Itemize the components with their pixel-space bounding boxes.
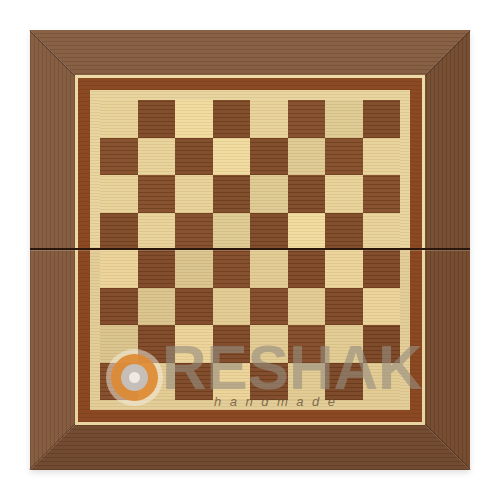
square-b4[interactable] [138,250,176,288]
square-f8[interactable] [288,100,326,138]
square-e3[interactable] [250,288,288,326]
square-h2[interactable] [363,325,401,363]
square-h5[interactable] [363,213,401,251]
square-a5[interactable] [100,213,138,251]
square-d3[interactable] [213,288,251,326]
square-e5[interactable] [250,213,288,251]
square-a2[interactable] [100,325,138,363]
square-a7[interactable] [100,138,138,176]
chessboard-grid [100,100,400,400]
square-b3[interactable] [138,288,176,326]
square-b1[interactable] [138,363,176,401]
square-h3[interactable] [363,288,401,326]
square-f5[interactable] [288,213,326,251]
square-g1[interactable] [325,363,363,401]
square-f1[interactable] [288,363,326,401]
square-b2[interactable] [138,325,176,363]
square-c4[interactable] [175,250,213,288]
square-g2[interactable] [325,325,363,363]
square-h8[interactable] [363,100,401,138]
square-e6[interactable] [250,175,288,213]
square-d8[interactable] [213,100,251,138]
square-g7[interactable] [325,138,363,176]
square-e8[interactable] [250,100,288,138]
square-g8[interactable] [325,100,363,138]
square-a4[interactable] [100,250,138,288]
square-c5[interactable] [175,213,213,251]
square-a1[interactable] [100,363,138,401]
square-c2[interactable] [175,325,213,363]
square-a6[interactable] [100,175,138,213]
chessboard [30,30,470,470]
square-g3[interactable] [325,288,363,326]
square-e7[interactable] [250,138,288,176]
square-f3[interactable] [288,288,326,326]
square-a8[interactable] [100,100,138,138]
square-d4[interactable] [213,250,251,288]
square-h4[interactable] [363,250,401,288]
square-c6[interactable] [175,175,213,213]
square-c3[interactable] [175,288,213,326]
square-d5[interactable] [213,213,251,251]
square-c8[interactable] [175,100,213,138]
square-e2[interactable] [250,325,288,363]
square-g6[interactable] [325,175,363,213]
square-d2[interactable] [213,325,251,363]
square-h6[interactable] [363,175,401,213]
square-e1[interactable] [250,363,288,401]
square-a3[interactable] [100,288,138,326]
square-c7[interactable] [175,138,213,176]
square-h1[interactable] [363,363,401,401]
square-b7[interactable] [138,138,176,176]
square-f2[interactable] [288,325,326,363]
square-f6[interactable] [288,175,326,213]
board-fold-seam [30,248,470,250]
square-g5[interactable] [325,213,363,251]
square-h7[interactable] [363,138,401,176]
square-f7[interactable] [288,138,326,176]
square-g4[interactable] [325,250,363,288]
square-b8[interactable] [138,100,176,138]
square-f4[interactable] [288,250,326,288]
square-c1[interactable] [175,363,213,401]
square-d7[interactable] [213,138,251,176]
square-e4[interactable] [250,250,288,288]
product-photo-canvas: RESHAK handmade [0,0,500,500]
square-b6[interactable] [138,175,176,213]
square-d1[interactable] [213,363,251,401]
square-d6[interactable] [213,175,251,213]
square-b5[interactable] [138,213,176,251]
